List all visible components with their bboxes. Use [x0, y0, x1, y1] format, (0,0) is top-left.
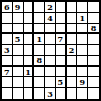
- cell-r8c8-given: 9: [77, 77, 88, 88]
- cell-r4c3-empty[interactable]: [24, 34, 35, 45]
- cell-r1c5-given: 2: [45, 2, 56, 13]
- cell-r4c2-given: 5: [13, 34, 24, 45]
- cell-r5c9-empty[interactable]: [88, 45, 99, 56]
- cell-r2c6-empty[interactable]: [56, 13, 67, 24]
- cell-r5c6-empty[interactable]: [56, 45, 67, 56]
- cell-r3c9-given: 8: [88, 24, 99, 35]
- cell-r6c9-empty[interactable]: [88, 56, 99, 67]
- cell-r7c8-empty[interactable]: [77, 67, 88, 78]
- cell-r4c6-given: 7: [56, 34, 67, 45]
- cell-r6c4-given: 8: [34, 56, 45, 67]
- cell-r9c3-empty[interactable]: [24, 88, 35, 99]
- cell-r1c9-empty[interactable]: [88, 2, 99, 13]
- cell-r9c8-empty[interactable]: [77, 88, 88, 99]
- cell-r3c5-empty[interactable]: [45, 24, 56, 35]
- cell-r6c5-empty[interactable]: [45, 56, 56, 67]
- cell-r4c7-empty[interactable]: [67, 34, 78, 45]
- cell-r6c6-empty[interactable]: [56, 56, 67, 67]
- cell-r3c2-empty[interactable]: [13, 24, 24, 35]
- cell-r9c2-empty[interactable]: [13, 88, 24, 99]
- cell-r1c3-empty[interactable]: [24, 2, 35, 13]
- cell-r5c7-given: 2: [67, 45, 78, 56]
- cell-r7c2-empty[interactable]: [13, 67, 24, 78]
- cell-r3c1-empty[interactable]: [2, 24, 13, 35]
- cell-r3c3-empty[interactable]: [24, 24, 35, 35]
- cell-r1c4-empty[interactable]: [34, 2, 45, 13]
- cell-r4c5-empty[interactable]: [45, 34, 56, 45]
- cell-r4c8-empty[interactable]: [77, 34, 88, 45]
- cell-r5c8-empty[interactable]: [77, 45, 88, 56]
- cell-r2c7-empty[interactable]: [67, 13, 78, 24]
- cell-r2c9-empty[interactable]: [88, 13, 99, 24]
- cell-r1c2-given: 9: [13, 2, 24, 13]
- cell-r1c8-empty[interactable]: [77, 2, 88, 13]
- cell-r8c7-empty[interactable]: [67, 77, 78, 88]
- cell-r4c9-empty[interactable]: [88, 34, 99, 45]
- cell-r3c4-empty[interactable]: [34, 24, 45, 35]
- cell-r8c5-empty[interactable]: [45, 77, 56, 88]
- cell-r4c4-given: 1: [34, 34, 45, 45]
- cell-r9c5-given: 3: [45, 88, 56, 99]
- cell-r7c3-given: 1: [24, 67, 35, 78]
- cell-r9c6-empty[interactable]: [56, 88, 67, 99]
- cell-r7c1-given: 7: [2, 67, 13, 78]
- cell-r3c8-empty[interactable]: [77, 24, 88, 35]
- cell-r7c7-empty[interactable]: [67, 67, 78, 78]
- cell-r7c6-empty[interactable]: [56, 67, 67, 78]
- cell-r6c8-empty[interactable]: [77, 56, 88, 67]
- cell-r4c1-empty[interactable]: [2, 34, 13, 45]
- cell-r7c9-empty[interactable]: [88, 67, 99, 78]
- cell-r3c7-empty[interactable]: [67, 24, 78, 35]
- cell-r6c1-empty[interactable]: [2, 56, 13, 67]
- cell-r2c1-empty[interactable]: [2, 13, 13, 24]
- cell-r9c1-empty[interactable]: [2, 88, 13, 99]
- cell-r5c1-given: 3: [2, 45, 13, 56]
- cell-r8c9-empty[interactable]: [88, 77, 99, 88]
- cell-r9c7-empty[interactable]: [67, 88, 78, 99]
- cell-r2c8-given: 1: [77, 13, 88, 24]
- cell-r6c2-empty[interactable]: [13, 56, 24, 67]
- cell-r1c1-given: 6: [2, 2, 13, 13]
- cell-r7c5-empty[interactable]: [45, 67, 56, 78]
- cell-r9c9-empty[interactable]: [88, 88, 99, 99]
- cell-r8c4-empty[interactable]: [34, 77, 45, 88]
- cell-r5c5-empty[interactable]: [45, 45, 56, 56]
- cell-r8c3-empty[interactable]: [24, 77, 35, 88]
- cell-r1c6-empty[interactable]: [56, 2, 67, 13]
- cell-r6c7-empty[interactable]: [67, 56, 78, 67]
- cell-r3c6-empty[interactable]: [56, 24, 67, 35]
- cell-r1c7-empty[interactable]: [67, 2, 78, 13]
- cell-r5c2-empty[interactable]: [13, 45, 24, 56]
- cell-r6c3-empty[interactable]: [24, 56, 35, 67]
- cell-r8c1-empty[interactable]: [2, 77, 13, 88]
- cell-r5c3-empty[interactable]: [24, 45, 35, 56]
- cell-r7c4-empty[interactable]: [34, 67, 45, 78]
- cell-r9c4-empty[interactable]: [34, 88, 45, 99]
- sudoku-board: 69241851732871593: [0, 0, 101, 101]
- cell-r2c3-empty[interactable]: [24, 13, 35, 24]
- cell-r5c4-empty[interactable]: [34, 45, 45, 56]
- cell-r8c6-given: 5: [56, 77, 67, 88]
- cell-r2c5-given: 4: [45, 13, 56, 24]
- cell-r8c2-empty[interactable]: [13, 77, 24, 88]
- cell-r2c4-empty[interactable]: [34, 13, 45, 24]
- cell-r2c2-empty[interactable]: [13, 13, 24, 24]
